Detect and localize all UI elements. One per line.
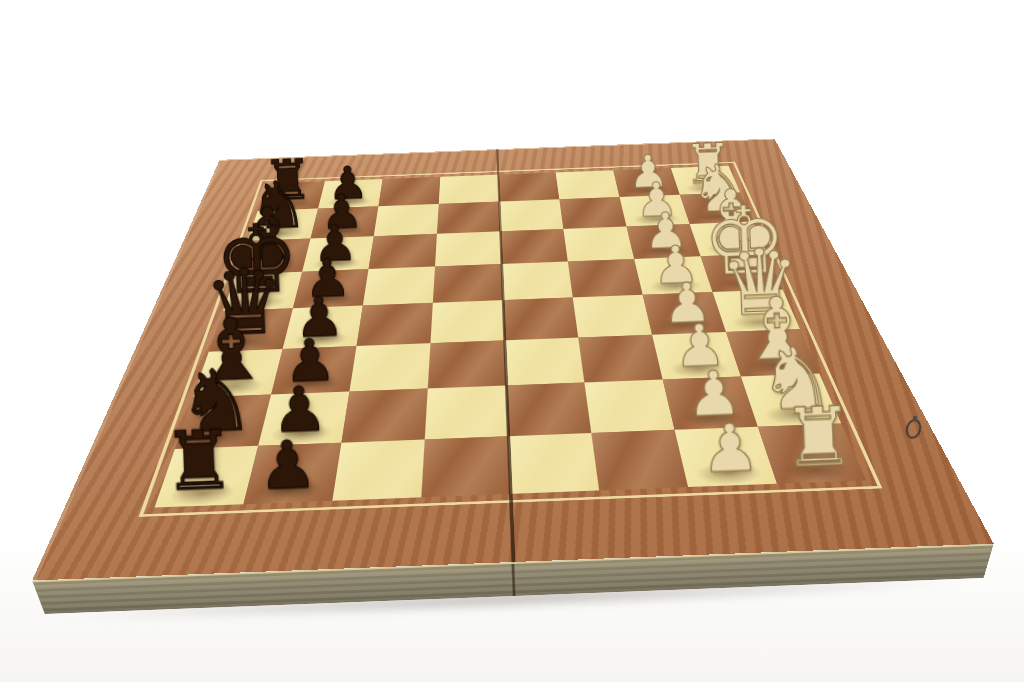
square-c3 — [578, 335, 662, 383]
square-d1: ♛ — [713, 289, 800, 331]
piece-shadow — [280, 373, 344, 394]
piece-shadow — [268, 422, 336, 446]
square-e1: ♚ — [701, 254, 783, 292]
square-f4 — [500, 229, 568, 264]
square-h1: ♜ — [671, 166, 740, 195]
square-g4 — [499, 199, 563, 231]
square-d7: ♟ — [283, 306, 363, 349]
piece-shadow — [760, 403, 831, 426]
piece-shadow — [217, 332, 278, 351]
square-f6 — [369, 234, 437, 269]
square-g6 — [374, 204, 439, 236]
square-c7: ♟ — [271, 346, 356, 394]
square-g3 — [559, 197, 626, 229]
square-e2: ♟ — [634, 256, 712, 294]
square-f5 — [435, 231, 501, 266]
piece-shadow — [254, 477, 327, 504]
square-b5 — [425, 385, 508, 439]
square-h4 — [498, 172, 559, 201]
piece-shadow — [184, 425, 254, 449]
piece-shadow — [692, 460, 766, 486]
piece-shadow — [667, 358, 732, 379]
piece-white-rook: ♜ — [742, 394, 894, 481]
board-tilt-plane: ♜♟♟♜♞♟♟♞♝♟♟♝♚♟♟♚♛♟♟♛♝♟♟♝♞♟♟♞♜♟♟♜ — [0, 151, 1024, 621]
square-d6 — [357, 303, 433, 346]
square-a3 — [591, 430, 688, 491]
square-g1: ♞ — [680, 192, 753, 224]
scene-rotation-wrapper: ♜♟♟♜♞♟♟♞♝♟♟♝♚♟♟♚♛♟♟♛♝♟♟♝♞♟♟♞♜♟♟♜ — [0, 0, 1024, 682]
square-g2: ♟ — [620, 195, 690, 227]
board-squares-grid: ♜♟♟♜♞♟♟♞♝♟♟♝♚♟♟♚♛♟♟♛♝♟♟♝♞♟♟♞♜♟♟♜ — [154, 166, 865, 508]
square-a5 — [421, 436, 510, 497]
square-b1: ♞ — [741, 373, 841, 426]
square-e8: ♚ — [223, 272, 302, 311]
square-a1: ♜ — [758, 423, 866, 483]
piece-shadow — [779, 457, 856, 483]
square-f3 — [563, 226, 634, 261]
piece-shadow — [638, 243, 693, 258]
square-a2: ♟ — [675, 427, 777, 487]
piece-shadow — [310, 256, 363, 272]
square-d4 — [503, 297, 578, 340]
piece-shadow — [715, 275, 774, 292]
square-h7: ♟ — [318, 179, 383, 209]
piece-shadow — [243, 258, 298, 274]
square-d5 — [430, 300, 504, 343]
square-b8: ♞ — [175, 394, 271, 449]
board-fold-seam-front — [511, 564, 515, 596]
square-h5 — [439, 175, 499, 204]
piece-shadow — [231, 293, 289, 310]
piece-shadow — [165, 480, 240, 507]
square-c4 — [504, 338, 584, 386]
square-h2: ♟ — [613, 168, 680, 197]
piece-shadow — [744, 355, 811, 376]
square-a4 — [508, 433, 599, 494]
square-e3 — [568, 259, 643, 298]
photo-stage: ♜♟♟♜♞♟♟♞♝♟♟♝♚♟♟♚♛♟♟♛♝♟♟♝♞♟♟♞♜♟♟♜ — [0, 0, 1024, 682]
square-d3 — [573, 295, 652, 338]
square-d2: ♟ — [643, 292, 726, 335]
square-g7: ♟ — [311, 206, 379, 238]
square-g5 — [437, 202, 500, 234]
square-b6 — [341, 388, 427, 442]
square-f1: ♝ — [690, 222, 767, 257]
square-f8: ♝ — [236, 239, 311, 275]
square-h3 — [556, 170, 620, 199]
square-e4 — [501, 261, 572, 300]
square-b7: ♟ — [258, 391, 349, 445]
square-c8: ♝ — [193, 349, 283, 398]
square-f7: ♟ — [302, 236, 374, 271]
piece-shadow — [679, 406, 748, 429]
square-g8: ♞ — [247, 209, 318, 241]
square-h6 — [378, 177, 440, 206]
square-c5 — [428, 340, 506, 388]
square-e5 — [433, 264, 503, 303]
perspective-scene: ♜♟♟♜♞♟♟♞♝♟♟♝♚♟♟♚♛♟♟♛♝♟♟♝♞♟♟♞♜♟♟♜ — [0, 0, 1024, 682]
square-a6 — [332, 439, 424, 500]
square-e6 — [363, 267, 435, 306]
square-b4 — [506, 382, 591, 436]
square-b3 — [584, 379, 674, 433]
square-c1: ♝ — [726, 329, 819, 376]
chess-board: ♜♟♟♜♞♟♟♞♝♟♟♝♚♟♟♚♛♟♟♛♝♟♟♝♞♟♟♞♜♟♟♜ — [32, 138, 994, 580]
square-d8: ♛ — [209, 308, 293, 352]
piece-shadow — [202, 376, 267, 397]
square-e7: ♟ — [293, 269, 369, 308]
square-c6 — [349, 343, 430, 391]
square-a8: ♜ — [154, 446, 258, 508]
square-h8: ♜ — [258, 181, 325, 211]
square-a7: ♟ — [243, 443, 341, 505]
square-f2: ♟ — [627, 224, 701, 259]
